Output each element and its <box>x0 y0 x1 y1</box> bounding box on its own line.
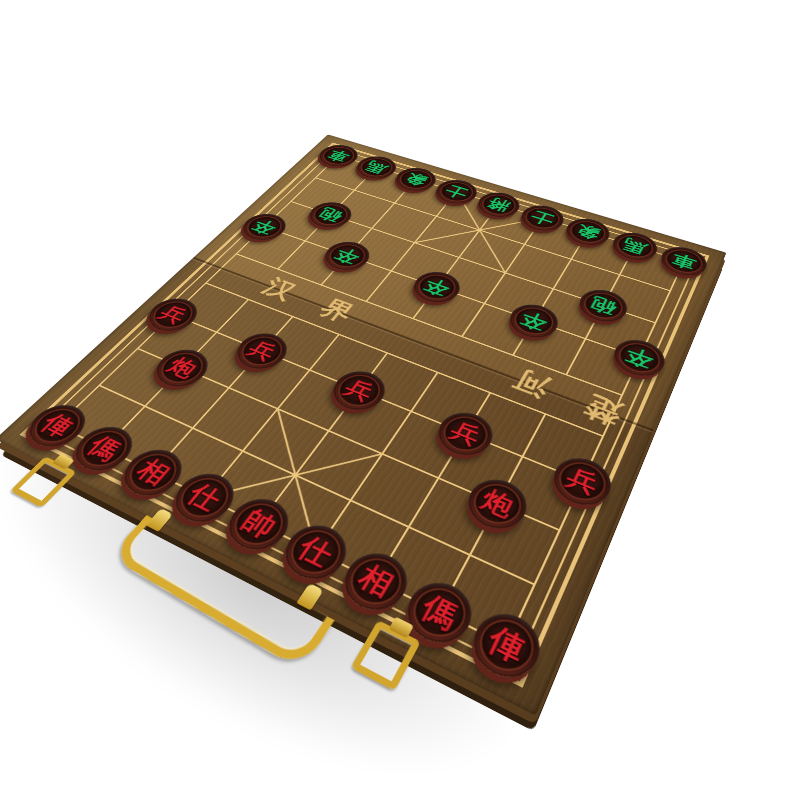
piece-character: 兵 <box>155 303 191 326</box>
piece-character: 卒 <box>421 276 454 298</box>
piece-character: 象 <box>402 171 430 187</box>
piece-black-elephant: 象 <box>560 214 615 250</box>
piece-red-soldier: 兵 <box>228 328 297 376</box>
piece-character: 傌 <box>417 591 463 634</box>
piece-black-advisor: 士 <box>430 176 483 208</box>
piece-red-general: 帥 <box>217 491 299 559</box>
piece-red-elephant: 相 <box>113 442 193 504</box>
piece-black-horse: 馬 <box>607 228 662 265</box>
piece-character: 仕 <box>183 480 226 515</box>
piece-black-advisor: 士 <box>515 201 569 235</box>
river-text-right: 楚河 <box>471 350 628 432</box>
piece-character: 車 <box>669 251 699 272</box>
piece-character: 炮 <box>163 355 201 382</box>
piece-red-cannon: 炮 <box>146 344 217 394</box>
piece-black-cannon: 砲 <box>302 198 359 232</box>
piece-black-chariot: 車 <box>656 242 711 280</box>
piece-character: 卒 <box>517 309 550 333</box>
piece-character: 帥 <box>237 506 281 543</box>
clasp-mount-plate <box>52 454 75 470</box>
piece-red-soldier: 兵 <box>324 365 394 417</box>
piece-character: 士 <box>528 209 557 227</box>
piece-character: 砲 <box>315 206 345 224</box>
piece-black-soldier: 卒 <box>608 334 671 382</box>
piece-red-cannon: 炮 <box>459 472 535 538</box>
xiangqi-set-photo: 汉界 楚河 車馬象士將士象馬車砲砲卒卒卒卒卒兵兵兵兵兵炮炮俥傌相仕帥仕相傌俥 <box>0 0 800 800</box>
piece-red-advisor: 仕 <box>274 517 357 589</box>
piece-red-horse: 傌 <box>64 420 143 479</box>
piece-character: 將 <box>484 196 513 214</box>
clasp-mount-plate <box>389 617 414 639</box>
piece-character: 俥 <box>483 622 529 668</box>
piece-black-soldier: 卒 <box>235 210 294 245</box>
piece-character: 俥 <box>36 411 78 441</box>
piece-red-chariot: 俥 <box>463 604 549 689</box>
piece-character: 仕 <box>293 533 338 572</box>
piece-black-cannon: 砲 <box>573 285 633 328</box>
piece-character: 卒 <box>623 345 657 371</box>
piece-black-elephant: 象 <box>389 164 442 195</box>
piece-character: 象 <box>573 222 602 241</box>
piece-character: 炮 <box>477 486 518 521</box>
piece-character: 士 <box>442 183 471 200</box>
piece-character: 砲 <box>587 294 619 317</box>
piece-black-general: 將 <box>472 188 526 221</box>
piece-character: 兵 <box>563 464 602 498</box>
piece-character: 兵 <box>446 418 484 449</box>
piece-character: 傌 <box>83 433 125 465</box>
piece-black-soldier: 卒 <box>406 267 467 308</box>
piece-character: 卒 <box>331 246 363 266</box>
piece-red-horse: 傌 <box>396 573 481 653</box>
piece-character: 車 <box>325 148 353 163</box>
piece-red-soldier: 兵 <box>546 451 619 514</box>
piece-character: 相 <box>353 561 398 602</box>
piece-red-chariot: 俥 <box>18 398 96 454</box>
piece-black-soldier: 卒 <box>503 299 565 343</box>
piece-character: 卒 <box>249 217 280 236</box>
piece-character: 兵 <box>244 338 281 364</box>
piece-red-advisor: 仕 <box>164 466 245 531</box>
piece-red-elephant: 相 <box>333 544 417 620</box>
piece-red-soldier: 兵 <box>139 293 206 337</box>
piece-character: 馬 <box>620 236 649 256</box>
piece-character: 相 <box>132 456 175 489</box>
piece-black-soldier: 卒 <box>317 237 377 275</box>
piece-character: 兵 <box>340 376 377 404</box>
piece-character: 馬 <box>362 159 390 175</box>
piece-red-soldier: 兵 <box>430 406 501 463</box>
